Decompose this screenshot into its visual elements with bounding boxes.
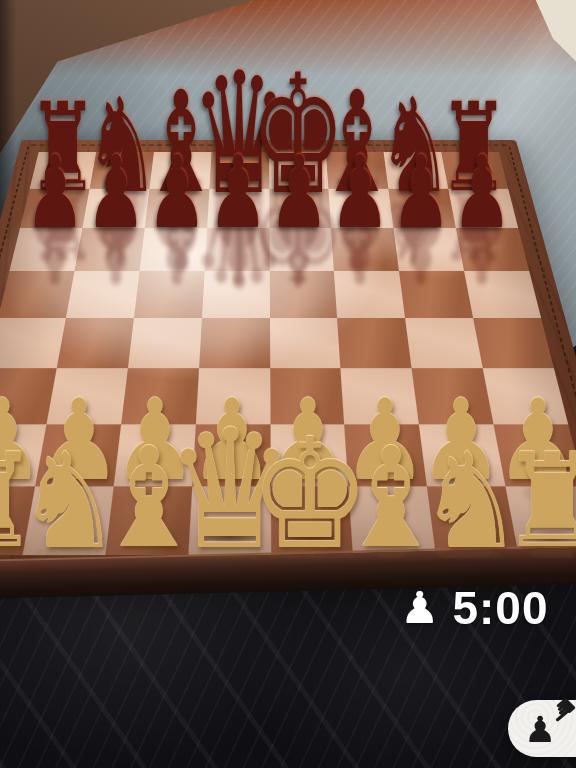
timer-value: 5:00 xyxy=(452,581,548,635)
piece-black-pawn-h7[interactable]: ♟ xyxy=(452,143,512,243)
piece-black-pawn-e7[interactable]: ♟ xyxy=(269,143,329,243)
piece-black-pawn-c7[interactable]: ♟ xyxy=(147,143,207,243)
piece-black-pawn-f7[interactable]: ♟ xyxy=(330,143,390,243)
move-piece-button[interactable]: ♟ ☛ xyxy=(508,700,576,757)
timer: ♟ 5:00 xyxy=(400,581,549,635)
piece-black-pawn-g7[interactable]: ♟ xyxy=(391,143,451,243)
piece-white-rook-h1[interactable]: ♜ xyxy=(500,436,576,566)
white-pawn-timer-icon: ♟ xyxy=(400,586,439,630)
piece-black-pawn-b7[interactable]: ♟ xyxy=(86,143,146,243)
piece-black-pawn-a7[interactable]: ♟ xyxy=(25,143,85,243)
piece-black-pawn-d7[interactable]: ♟ xyxy=(208,143,268,243)
